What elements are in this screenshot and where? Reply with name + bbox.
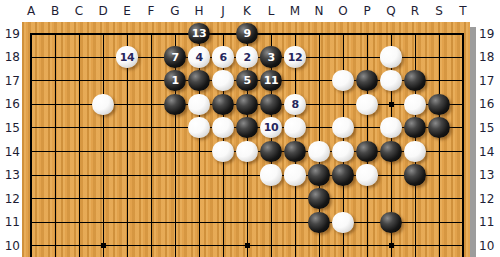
stone-white-J14 — [212, 141, 233, 162]
point-K19[interactable]: 9 — [235, 22, 259, 46]
point-P10[interactable] — [355, 234, 379, 257]
point-D18[interactable] — [91, 45, 115, 69]
point-M16[interactable]: 8 — [283, 92, 307, 116]
stone-white-K18: 2 — [236, 46, 257, 67]
point-O16[interactable] — [331, 92, 355, 116]
move-number-6: 6 — [219, 52, 226, 63]
col-label-F: F — [139, 0, 163, 22]
point-N14[interactable] — [307, 140, 331, 164]
point-J13[interactable] — [211, 163, 235, 187]
point-B18[interactable] — [43, 45, 67, 69]
point-C12[interactable] — [67, 187, 91, 211]
row-label-left-19: 19 — [0, 23, 20, 45]
row-label-right-16: 16 — [479, 93, 499, 115]
row-label-right-11: 11 — [479, 211, 499, 233]
point-Q12[interactable] — [379, 187, 403, 211]
row-label-right-12: 12 — [479, 188, 499, 210]
col-label-R: R — [403, 0, 427, 22]
point-E17[interactable] — [115, 69, 139, 93]
point-P12[interactable] — [355, 187, 379, 211]
point-F13[interactable] — [139, 163, 163, 187]
stone-white-J18: 6 — [212, 46, 233, 67]
stone-white-D16 — [92, 94, 113, 115]
point-M12[interactable] — [283, 187, 307, 211]
stone-white-H16 — [188, 94, 209, 115]
point-M11[interactable] — [283, 210, 307, 234]
point-J17[interactable] — [211, 69, 235, 93]
row-label-left-16: 16 — [0, 93, 20, 115]
stone-white-H15 — [188, 117, 209, 138]
row-label-left-10: 10 — [0, 235, 20, 257]
point-H16[interactable] — [187, 92, 211, 116]
point-Q17[interactable] — [379, 69, 403, 93]
stone-black-L16 — [260, 94, 281, 115]
point-E16[interactable] — [115, 92, 139, 116]
point-B13[interactable] — [43, 163, 67, 187]
point-S18[interactable] — [427, 45, 451, 69]
point-O13[interactable] — [331, 163, 355, 187]
stone-black-H19: 13 — [188, 23, 209, 44]
point-E15[interactable] — [115, 116, 139, 140]
point-G14[interactable] — [163, 140, 187, 164]
stone-black-P17 — [356, 70, 377, 91]
point-Q18[interactable] — [379, 45, 403, 69]
point-S12[interactable] — [427, 187, 451, 211]
move-number-12: 12 — [288, 52, 302, 63]
point-M13[interactable] — [283, 163, 307, 187]
point-B16[interactable] — [43, 92, 67, 116]
row-label-left-18: 18 — [0, 46, 20, 68]
row-label-left-14: 14 — [0, 141, 20, 163]
col-label-O: O — [331, 0, 355, 22]
stone-white-O11 — [332, 212, 353, 233]
point-N15[interactable] — [307, 116, 331, 140]
stone-black-M14 — [284, 141, 305, 162]
point-K12[interactable] — [235, 187, 259, 211]
col-label-J: J — [211, 0, 235, 22]
point-J11[interactable] — [211, 210, 235, 234]
row-label-left-17: 17 — [0, 70, 20, 92]
point-D17[interactable] — [91, 69, 115, 93]
point-M14[interactable] — [283, 140, 307, 164]
point-R18[interactable] — [403, 45, 427, 69]
point-Q10[interactable] — [379, 234, 403, 257]
stone-black-G17: 1 — [164, 70, 185, 91]
point-F17[interactable] — [139, 69, 163, 93]
point-M15[interactable] — [283, 116, 307, 140]
point-P18[interactable] — [355, 45, 379, 69]
point-G18[interactable]: 7 — [163, 45, 187, 69]
stone-white-O14 — [332, 141, 353, 162]
stone-white-K14 — [236, 141, 257, 162]
point-O15[interactable] — [331, 116, 355, 140]
point-P17[interactable] — [355, 69, 379, 93]
point-K18[interactable]: 2 — [235, 45, 259, 69]
point-L18[interactable]: 3 — [259, 45, 283, 69]
point-L16[interactable] — [259, 92, 283, 116]
stone-black-L17: 11 — [260, 70, 281, 91]
point-P13[interactable] — [355, 163, 379, 187]
point-Q11[interactable] — [379, 210, 403, 234]
point-L17[interactable]: 11 — [259, 69, 283, 93]
row-label-right-18: 18 — [479, 46, 499, 68]
col-label-C: C — [67, 0, 91, 22]
point-N17[interactable] — [307, 69, 331, 93]
point-L12[interactable] — [259, 187, 283, 211]
stone-black-S15 — [428, 117, 449, 138]
stone-black-G18: 7 — [164, 46, 185, 67]
stone-black-G16 — [164, 94, 185, 115]
move-number-9: 9 — [243, 28, 250, 39]
col-label-N: N — [307, 0, 331, 22]
point-K11[interactable] — [235, 210, 259, 234]
stone-black-N11 — [308, 212, 329, 233]
point-R15[interactable] — [403, 116, 427, 140]
stone-white-M13 — [284, 164, 305, 185]
point-E12[interactable] — [115, 187, 139, 211]
point-H11[interactable] — [187, 210, 211, 234]
point-R12[interactable] — [403, 187, 427, 211]
col-label-G: G — [163, 0, 187, 22]
move-number-8: 8 — [291, 99, 298, 110]
move-number-3: 3 — [267, 52, 274, 63]
point-N10[interactable] — [307, 234, 331, 257]
point-B14[interactable] — [43, 140, 67, 164]
point-S14[interactable] — [427, 140, 451, 164]
point-L14[interactable] — [259, 140, 283, 164]
row-label-right-13: 13 — [479, 164, 499, 186]
stone-black-K16 — [236, 94, 257, 115]
stone-black-R15 — [404, 117, 425, 138]
point-R14[interactable] — [403, 140, 427, 164]
stone-black-L14 — [260, 141, 281, 162]
stone-black-R17 — [404, 70, 425, 91]
point-M17[interactable] — [283, 69, 307, 93]
stone-black-J16 — [212, 94, 233, 115]
point-P15[interactable] — [355, 116, 379, 140]
stone-black-R13 — [404, 164, 425, 185]
stone-white-J17 — [212, 70, 233, 91]
point-Q15[interactable] — [379, 116, 403, 140]
move-number-7: 7 — [171, 52, 178, 63]
board-edge-left — [30, 33, 32, 257]
col-label-K: K — [235, 0, 259, 22]
point-L11[interactable] — [259, 210, 283, 234]
point-D14[interactable] — [91, 140, 115, 164]
point-D13[interactable] — [91, 163, 115, 187]
point-G16[interactable] — [163, 92, 187, 116]
point-B10[interactable] — [43, 234, 67, 257]
point-K13[interactable] — [235, 163, 259, 187]
stone-black-P14 — [356, 141, 377, 162]
point-P14[interactable] — [355, 140, 379, 164]
point-N11[interactable] — [307, 210, 331, 234]
point-J15[interactable] — [211, 116, 235, 140]
stone-white-E18: 14 — [116, 46, 137, 67]
point-O14[interactable] — [331, 140, 355, 164]
stone-white-P13 — [356, 164, 377, 185]
point-N18[interactable] — [307, 45, 331, 69]
row-label-right-10: 10 — [479, 235, 499, 257]
stone-black-K19: 9 — [236, 23, 257, 44]
point-Q16[interactable] — [379, 92, 403, 116]
point-E10[interactable] — [115, 234, 139, 257]
go-diagram: 1391474623121511810 ABCDEFGHJKLMNOPQRST1… — [0, 0, 500, 257]
point-C13[interactable] — [67, 163, 91, 187]
row-label-right-14: 14 — [479, 141, 499, 163]
point-M18[interactable]: 12 — [283, 45, 307, 69]
board-edge-right — [462, 33, 464, 257]
point-O11[interactable] — [331, 210, 355, 234]
row-label-left-15: 15 — [0, 117, 20, 139]
point-B17[interactable] — [43, 69, 67, 93]
point-H19[interactable]: 13 — [187, 22, 211, 46]
point-G12[interactable] — [163, 187, 187, 211]
point-K16[interactable] — [235, 92, 259, 116]
point-S15[interactable] — [427, 116, 451, 140]
stone-white-P16 — [356, 94, 377, 115]
stone-white-Q17 — [380, 70, 401, 91]
point-E13[interactable] — [115, 163, 139, 187]
point-P16[interactable] — [355, 92, 379, 116]
point-H10[interactable] — [187, 234, 211, 257]
point-R16[interactable] — [403, 92, 427, 116]
col-label-B: B — [43, 0, 67, 22]
stone-white-R14 — [404, 141, 425, 162]
point-F10[interactable] — [139, 234, 163, 257]
move-number-4: 4 — [195, 52, 202, 63]
point-J12[interactable] — [211, 187, 235, 211]
col-label-A: A — [19, 0, 43, 22]
point-P11[interactable] — [355, 210, 379, 234]
col-label-D: D — [91, 0, 115, 22]
stone-white-M18: 12 — [284, 46, 305, 67]
point-H12[interactable] — [187, 187, 211, 211]
point-C18[interactable] — [67, 45, 91, 69]
point-N12[interactable] — [307, 187, 331, 211]
point-S13[interactable] — [427, 163, 451, 187]
stone-white-N14 — [308, 141, 329, 162]
stone-white-O15 — [332, 117, 353, 138]
move-number-5: 5 — [243, 75, 250, 86]
col-label-P: P — [355, 0, 379, 22]
point-H14[interactable] — [187, 140, 211, 164]
point-C16[interactable] — [67, 92, 91, 116]
stone-black-H17 — [188, 70, 209, 91]
point-J10[interactable] — [211, 234, 235, 257]
point-O17[interactable] — [331, 69, 355, 93]
point-S11[interactable] — [427, 210, 451, 234]
point-K10[interactable] — [235, 234, 259, 257]
stone-black-K17: 5 — [236, 70, 257, 91]
stone-black-S16 — [428, 94, 449, 115]
col-label-S: S — [427, 0, 451, 22]
point-B11[interactable] — [43, 210, 67, 234]
point-L15[interactable]: 10 — [259, 116, 283, 140]
point-H13[interactable] — [187, 163, 211, 187]
point-Q13[interactable] — [379, 163, 403, 187]
col-label-Q: Q — [379, 0, 403, 22]
point-K14[interactable] — [235, 140, 259, 164]
point-G15[interactable] — [163, 116, 187, 140]
point-R11[interactable] — [403, 210, 427, 234]
col-label-E: E — [115, 0, 139, 22]
point-D16[interactable] — [91, 92, 115, 116]
stone-black-N12 — [308, 188, 329, 209]
point-D15[interactable] — [91, 116, 115, 140]
point-H15[interactable] — [187, 116, 211, 140]
col-label-L: L — [259, 0, 283, 22]
stone-black-N13 — [308, 164, 329, 185]
point-G17[interactable]: 1 — [163, 69, 187, 93]
row-label-left-11: 11 — [0, 211, 20, 233]
stone-white-H18: 4 — [188, 46, 209, 67]
col-label-H: H — [187, 0, 211, 22]
point-E14[interactable] — [115, 140, 139, 164]
point-O12[interactable] — [331, 187, 355, 211]
point-D11[interactable] — [91, 210, 115, 234]
point-L13[interactable] — [259, 163, 283, 187]
point-C17[interactable] — [67, 69, 91, 93]
stone-black-Q14 — [380, 141, 401, 162]
move-number-2: 2 — [243, 52, 250, 63]
point-O10[interactable] — [331, 234, 355, 257]
move-number-10: 10 — [264, 122, 278, 133]
point-L10[interactable] — [259, 234, 283, 257]
point-J14[interactable] — [211, 140, 235, 164]
point-G13[interactable] — [163, 163, 187, 187]
point-H17[interactable] — [187, 69, 211, 93]
stone-black-L18: 3 — [260, 46, 281, 67]
point-S10[interactable] — [427, 234, 451, 257]
point-G11[interactable] — [163, 210, 187, 234]
point-F11[interactable] — [139, 210, 163, 234]
point-D12[interactable] — [91, 187, 115, 211]
point-F16[interactable] — [139, 92, 163, 116]
point-J16[interactable] — [211, 92, 235, 116]
row-label-right-17: 17 — [479, 70, 499, 92]
stone-white-L15: 10 — [260, 117, 281, 138]
row-label-right-15: 15 — [479, 117, 499, 139]
point-C10[interactable] — [67, 234, 91, 257]
point-F15[interactable] — [139, 116, 163, 140]
point-S17[interactable] — [427, 69, 451, 93]
move-number-14: 14 — [120, 52, 134, 63]
stone-white-M15 — [284, 117, 305, 138]
stone-white-M16: 8 — [284, 94, 305, 115]
point-B12[interactable] — [43, 187, 67, 211]
point-F12[interactable] — [139, 187, 163, 211]
stone-white-L13 — [260, 164, 281, 185]
move-number-11: 11 — [264, 75, 278, 86]
point-K15[interactable] — [235, 116, 259, 140]
go-board-grid: 1391474623121511810 — [19, 22, 475, 257]
move-number-1: 1 — [171, 75, 178, 86]
point-F18[interactable] — [139, 45, 163, 69]
stone-black-K15 — [236, 117, 257, 138]
point-N13[interactable] — [307, 163, 331, 187]
col-label-M: M — [283, 0, 307, 22]
point-R17[interactable] — [403, 69, 427, 93]
stone-white-Q15 — [380, 117, 401, 138]
point-F14[interactable] — [139, 140, 163, 164]
stone-black-O13 — [332, 164, 353, 185]
point-C14[interactable] — [67, 140, 91, 164]
point-N16[interactable] — [307, 92, 331, 116]
point-O18[interactable] — [331, 45, 355, 69]
stone-white-Q18 — [380, 46, 401, 67]
stone-white-R16 — [404, 94, 425, 115]
row-label-left-13: 13 — [0, 164, 20, 186]
point-D10[interactable] — [91, 234, 115, 257]
point-E18[interactable]: 14 — [115, 45, 139, 69]
row-label-left-12: 12 — [0, 188, 20, 210]
col-label-T: T — [451, 0, 475, 22]
point-B15[interactable] — [43, 116, 67, 140]
point-E11[interactable] — [115, 210, 139, 234]
point-H18[interactable]: 4 — [187, 45, 211, 69]
point-R10[interactable] — [403, 234, 427, 257]
point-Q14[interactable] — [379, 140, 403, 164]
point-C11[interactable] — [67, 210, 91, 234]
stone-black-Q11 — [380, 212, 401, 233]
point-C15[interactable] — [67, 116, 91, 140]
stone-white-O17 — [332, 70, 353, 91]
point-J18[interactable]: 6 — [211, 45, 235, 69]
point-K17[interactable]: 5 — [235, 69, 259, 93]
point-R13[interactable] — [403, 163, 427, 187]
move-number-13: 13 — [192, 28, 206, 39]
point-G10[interactable] — [163, 234, 187, 257]
stone-white-J15 — [212, 117, 233, 138]
point-M10[interactable] — [283, 234, 307, 257]
point-S16[interactable] — [427, 92, 451, 116]
row-label-right-19: 19 — [479, 23, 499, 45]
